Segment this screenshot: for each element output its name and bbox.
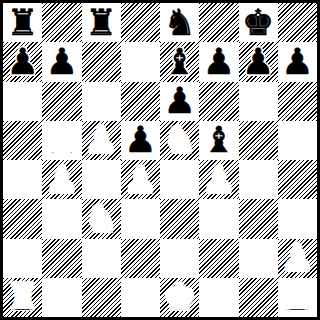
square-d7[interactable] <box>121 42 160 81</box>
black-pawn-icon: ♟︎ <box>163 83 195 119</box>
square-d6[interactable] <box>121 82 160 121</box>
square-g8[interactable]: ♚ <box>239 3 278 42</box>
white-knight-icon: ♞ <box>85 201 117 237</box>
white-bishop-icon: ♝ <box>46 122 78 158</box>
square-e8[interactable]: ♞ <box>160 3 199 42</box>
black-pawn-icon: ♟︎ <box>281 44 313 80</box>
square-h6[interactable] <box>278 82 317 121</box>
square-b7[interactable]: ♟︎ <box>42 42 81 81</box>
square-d8[interactable] <box>121 3 160 42</box>
square-f2[interactable] <box>199 239 238 278</box>
white-pawn-icon: ♟︎ <box>124 162 156 198</box>
square-a8[interactable]: ♜ <box>3 3 42 42</box>
white-king-icon: ♚ <box>163 279 195 315</box>
black-bishop-icon: ♝ <box>203 122 235 158</box>
square-a5[interactable] <box>3 121 42 160</box>
square-c5[interactable]: ♟︎ <box>82 121 121 160</box>
black-bishop-icon: ♝ <box>163 44 195 80</box>
square-b8[interactable] <box>42 3 81 42</box>
square-e2[interactable] <box>160 239 199 278</box>
square-c4[interactable] <box>82 160 121 199</box>
square-h2[interactable]: ♟︎ <box>278 239 317 278</box>
white-pawn-icon: ♟︎ <box>46 162 78 198</box>
square-b5[interactable]: ♝ <box>42 121 81 160</box>
white-pawn-icon: ♟︎ <box>203 201 235 237</box>
square-h1[interactable]: ♜ <box>278 278 317 317</box>
square-e5[interactable]: ♞ <box>160 121 199 160</box>
square-f5[interactable]: ♝ <box>199 121 238 160</box>
white-pawn-icon: ♟︎ <box>203 162 235 198</box>
square-f6[interactable] <box>199 82 238 121</box>
square-e6[interactable]: ♟︎ <box>160 82 199 121</box>
white-pawn-icon: ♟︎ <box>281 240 313 276</box>
square-f3[interactable]: ♟︎ <box>199 199 238 238</box>
square-b3[interactable] <box>42 199 81 238</box>
square-f4[interactable]: ♟︎ <box>199 160 238 199</box>
white-pawn-icon: ♟︎ <box>242 162 274 198</box>
square-g5[interactable] <box>239 121 278 160</box>
square-f8[interactable] <box>199 3 238 42</box>
black-pawn-icon: ♟︎ <box>242 44 274 80</box>
square-c1[interactable] <box>82 278 121 317</box>
square-a3[interactable] <box>3 199 42 238</box>
square-c3[interactable]: ♞ <box>82 199 121 238</box>
square-d5[interactable]: ♟︎ <box>121 121 160 160</box>
square-e4[interactable] <box>160 160 199 199</box>
square-g7[interactable]: ♟︎ <box>239 42 278 81</box>
square-e7[interactable]: ♝ <box>160 42 199 81</box>
square-g1[interactable] <box>239 278 278 317</box>
square-a7[interactable]: ♟︎ <box>3 42 42 81</box>
square-h4[interactable] <box>278 160 317 199</box>
black-rook-icon: ♜ <box>6 5 38 41</box>
square-b1[interactable] <box>42 278 81 317</box>
square-e3[interactable] <box>160 199 199 238</box>
square-d4[interactable]: ♟︎ <box>121 160 160 199</box>
black-king-icon: ♚ <box>242 5 274 41</box>
black-pawn-icon: ♟︎ <box>6 44 38 80</box>
square-f7[interactable]: ♟︎ <box>199 42 238 81</box>
black-rook-icon: ♜ <box>85 5 117 41</box>
white-rook-icon: ♜ <box>6 279 38 315</box>
square-g4[interactable]: ♟︎ <box>239 160 278 199</box>
square-d2[interactable] <box>121 239 160 278</box>
square-h5[interactable] <box>278 121 317 160</box>
white-knight-icon: ♞ <box>163 122 195 158</box>
square-c2[interactable] <box>82 239 121 278</box>
square-c8[interactable]: ♜ <box>82 3 121 42</box>
square-d1[interactable] <box>121 278 160 317</box>
square-h7[interactable]: ♟︎ <box>278 42 317 81</box>
square-g6[interactable] <box>239 82 278 121</box>
square-d3[interactable] <box>121 199 160 238</box>
square-b2[interactable] <box>42 239 81 278</box>
chess-board: ♜♜♞♚♟︎♟︎♝♟︎♟︎♟︎♟︎♝♟︎♟︎♞♝♟︎♟︎♟︎♟︎♞♟︎♟︎♜♚♜ <box>0 0 320 320</box>
black-pawn-icon: ♟︎ <box>203 44 235 80</box>
black-pawn-icon: ♟︎ <box>124 122 156 158</box>
black-pawn-icon: ♟︎ <box>46 44 78 80</box>
white-rook-icon: ♜ <box>281 279 313 315</box>
square-e1[interactable]: ♚ <box>160 278 199 317</box>
square-h8[interactable] <box>278 3 317 42</box>
square-a1[interactable]: ♜ <box>3 278 42 317</box>
white-pawn-icon: ♟︎ <box>85 122 117 158</box>
square-g3[interactable] <box>239 199 278 238</box>
square-a4[interactable] <box>3 160 42 199</box>
square-c6[interactable] <box>82 82 121 121</box>
square-c7[interactable] <box>82 42 121 81</box>
square-a6[interactable] <box>3 82 42 121</box>
square-b4[interactable]: ♟︎ <box>42 160 81 199</box>
square-f1[interactable] <box>199 278 238 317</box>
square-g2[interactable] <box>239 239 278 278</box>
black-knight-icon: ♞ <box>163 5 195 41</box>
square-h3[interactable] <box>278 199 317 238</box>
square-b6[interactable] <box>42 82 81 121</box>
square-a2[interactable] <box>3 239 42 278</box>
